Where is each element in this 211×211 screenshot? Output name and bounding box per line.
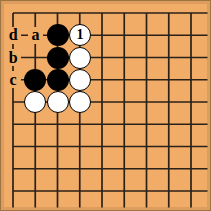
stone-white-move-1: 1 (69, 24, 91, 46)
point-label-d: d (6, 27, 21, 44)
go-corner-diagram: dabc1 (0, 0, 211, 211)
stone-black (47, 47, 69, 69)
board-grid: dabc1 (2, 2, 202, 202)
point-label-c: c (6, 71, 21, 88)
move-number: 1 (76, 28, 83, 42)
stone-black (47, 69, 69, 91)
stone-white (69, 69, 91, 91)
stone-white (24, 91, 46, 113)
point-label-b: b (6, 49, 21, 66)
point-label-a: a (28, 27, 43, 44)
stone-white (47, 91, 69, 113)
stone-white (69, 47, 91, 69)
stone-black (24, 69, 46, 91)
stone-white (69, 91, 91, 113)
stone-black (47, 24, 69, 46)
